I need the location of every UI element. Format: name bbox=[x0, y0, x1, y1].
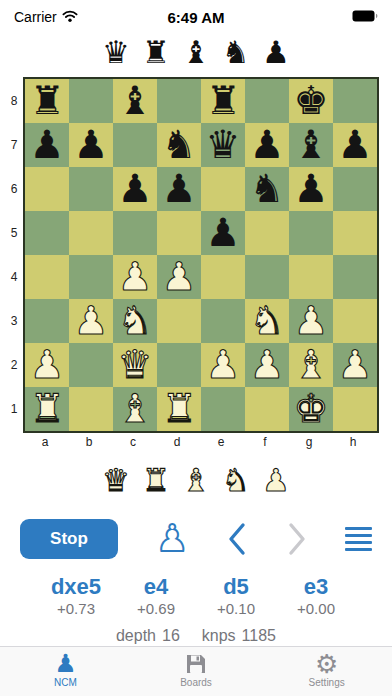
square-a6[interactable] bbox=[25, 167, 69, 211]
square-c5[interactable] bbox=[113, 211, 157, 255]
square-e3[interactable] bbox=[201, 299, 245, 343]
engine-stats: depth 16 knps 1185 bbox=[0, 627, 392, 645]
move-suggestions: dxe5 +0.73 e4 +0.69 d5 +0.10 e3 +0.00 bbox=[0, 575, 392, 619]
rank-label-1: 1 bbox=[8, 387, 20, 431]
square-d3[interactable] bbox=[157, 299, 201, 343]
square-f8[interactable] bbox=[245, 79, 289, 123]
square-c8[interactable]: ♝ bbox=[113, 79, 157, 123]
forward-arrow-icon[interactable] bbox=[286, 522, 308, 556]
tab-label: Boards bbox=[180, 677, 212, 689]
status-bar: Carrier 6:49 AM bbox=[0, 0, 392, 32]
rank-label-4: 4 bbox=[8, 255, 20, 299]
white-knight: ♞ bbox=[250, 299, 285, 343]
palette-black-knight[interactable]: ♞ bbox=[221, 35, 252, 69]
square-h4[interactable] bbox=[333, 255, 377, 299]
move-san: d5 bbox=[196, 575, 276, 599]
tab-bar: ♟ NCM Boards ⚙ Settings bbox=[0, 646, 392, 696]
black-knight: ♞ bbox=[250, 167, 285, 211]
engine-controls: Stop ♟ bbox=[0, 517, 392, 561]
square-e7[interactable]: ♛ bbox=[201, 123, 245, 167]
white-queen: ♛ bbox=[118, 343, 153, 387]
square-g7[interactable]: ♝ bbox=[289, 123, 333, 167]
square-c3[interactable]: ♞ bbox=[113, 299, 157, 343]
white-pawn: ♟ bbox=[338, 343, 373, 387]
square-h8[interactable] bbox=[333, 79, 377, 123]
square-h1[interactable] bbox=[333, 387, 377, 431]
square-c4[interactable]: ♟ bbox=[113, 255, 157, 299]
square-d4[interactable]: ♟ bbox=[157, 255, 201, 299]
square-g6[interactable]: ♟ bbox=[289, 167, 333, 211]
square-g4[interactable] bbox=[289, 255, 333, 299]
black-pawn: ♟ bbox=[162, 167, 197, 211]
square-a4[interactable] bbox=[25, 255, 69, 299]
palette-white-queen[interactable]: ♛ bbox=[101, 463, 132, 497]
black-rook: ♜ bbox=[30, 79, 65, 123]
file-label-h: h bbox=[331, 435, 375, 449]
move-suggestion-3[interactable]: d5 +0.10 bbox=[196, 575, 276, 619]
white-bishop: ♝ bbox=[294, 343, 329, 387]
move-suggestion-4[interactable]: e3 +0.00 bbox=[276, 575, 356, 619]
black-pawn: ♟ bbox=[30, 123, 65, 167]
stop-button[interactable]: Stop bbox=[20, 519, 118, 559]
square-g5[interactable] bbox=[289, 211, 333, 255]
square-f1[interactable] bbox=[245, 387, 289, 431]
white-knight: ♞ bbox=[118, 299, 153, 343]
tab-ncm[interactable]: ♟ NCM bbox=[0, 647, 131, 696]
white-pawn: ♟ bbox=[74, 299, 109, 343]
square-a1[interactable]: ♜ bbox=[25, 387, 69, 431]
black-bishop: ♝ bbox=[294, 123, 329, 167]
square-g2[interactable]: ♝ bbox=[289, 343, 333, 387]
palette-white-knight[interactable]: ♞ bbox=[221, 463, 252, 497]
square-b6[interactable] bbox=[69, 167, 113, 211]
square-e4[interactable] bbox=[201, 255, 245, 299]
depth-label: depth bbox=[116, 627, 156, 645]
gear-icon: ⚙ bbox=[315, 649, 338, 679]
square-a3[interactable] bbox=[25, 299, 69, 343]
move-eval: +0.73 bbox=[36, 599, 116, 619]
square-d8[interactable] bbox=[157, 79, 201, 123]
file-label-g: g bbox=[287, 435, 331, 449]
black-pawn: ♟ bbox=[338, 123, 373, 167]
clock: 6:49 AM bbox=[0, 9, 392, 26]
pawn-icon[interactable]: ♟ bbox=[155, 519, 188, 559]
square-a2[interactable]: ♟ bbox=[25, 343, 69, 387]
white-pawn: ♟ bbox=[118, 255, 153, 299]
rank-label-6: 6 bbox=[8, 167, 20, 211]
square-c2[interactable]: ♛ bbox=[113, 343, 157, 387]
palette-black-pawn[interactable]: ♟ bbox=[261, 35, 292, 69]
move-san: e3 bbox=[276, 575, 356, 599]
floppy-icon bbox=[185, 650, 207, 677]
square-e5[interactable]: ♟ bbox=[201, 211, 245, 255]
rank-label-8: 8 bbox=[8, 79, 20, 123]
palette-black-bishop[interactable]: ♝ bbox=[181, 35, 212, 69]
square-h5[interactable] bbox=[333, 211, 377, 255]
move-eval: +0.00 bbox=[276, 599, 356, 619]
white-pawn: ♟ bbox=[30, 343, 65, 387]
black-rook: ♜ bbox=[206, 79, 241, 123]
square-d2[interactable] bbox=[157, 343, 201, 387]
square-f6[interactable]: ♞ bbox=[245, 167, 289, 211]
square-f5[interactable] bbox=[245, 211, 289, 255]
white-king: ♚ bbox=[294, 387, 329, 431]
tab-boards[interactable]: Boards bbox=[131, 647, 262, 696]
square-a5[interactable] bbox=[25, 211, 69, 255]
square-f3[interactable]: ♞ bbox=[245, 299, 289, 343]
square-h6[interactable] bbox=[333, 167, 377, 211]
square-b5[interactable] bbox=[69, 211, 113, 255]
move-san: e4 bbox=[116, 575, 196, 599]
square-f2[interactable]: ♟ bbox=[245, 343, 289, 387]
move-san: dxe5 bbox=[36, 575, 116, 599]
move-eval: +0.69 bbox=[116, 599, 196, 619]
file-label-f: f bbox=[243, 435, 287, 449]
square-h7[interactable]: ♟ bbox=[333, 123, 377, 167]
black-pawn: ♟ bbox=[294, 167, 329, 211]
black-queen: ♛ bbox=[206, 123, 241, 167]
black-pawn: ♟ bbox=[118, 167, 153, 211]
white-pawn: ♟ bbox=[294, 299, 329, 343]
tab-label: Settings bbox=[309, 677, 345, 689]
square-a8[interactable]: ♜ bbox=[25, 79, 69, 123]
menu-icon[interactable] bbox=[345, 523, 372, 555]
palette-white-rook[interactable]: ♜ bbox=[141, 463, 172, 497]
square-c1[interactable]: ♝ bbox=[113, 387, 157, 431]
palette-white-bishop[interactable]: ♝ bbox=[181, 463, 212, 497]
square-b3[interactable]: ♟ bbox=[69, 299, 113, 343]
file-label-d: d bbox=[155, 435, 199, 449]
square-b8[interactable] bbox=[69, 79, 113, 123]
black-piece-palette: ♛♜♝♞♟ bbox=[0, 35, 392, 69]
knps-value: 1185 bbox=[242, 627, 276, 645]
square-b2[interactable] bbox=[69, 343, 113, 387]
black-bishop: ♝ bbox=[118, 79, 153, 123]
square-g8[interactable]: ♚ bbox=[289, 79, 333, 123]
square-e6[interactable] bbox=[201, 167, 245, 211]
black-pawn: ♟ bbox=[250, 123, 285, 167]
white-bishop: ♝ bbox=[118, 387, 153, 431]
file-label-a: a bbox=[23, 435, 67, 449]
square-h3[interactable] bbox=[333, 299, 377, 343]
white-pawn: ♟ bbox=[250, 343, 285, 387]
square-a7[interactable]: ♟ bbox=[25, 123, 69, 167]
rank-label-2: 2 bbox=[8, 343, 20, 387]
square-e1[interactable] bbox=[201, 387, 245, 431]
pawn-icon: ♟ bbox=[54, 649, 76, 678]
square-c6[interactable]: ♟ bbox=[113, 167, 157, 211]
white-rook: ♜ bbox=[30, 387, 65, 431]
tab-settings[interactable]: ⚙ Settings bbox=[261, 647, 392, 696]
file-label-e: e bbox=[199, 435, 243, 449]
square-c7[interactable] bbox=[113, 123, 157, 167]
square-e8[interactable]: ♜ bbox=[201, 79, 245, 123]
white-pawn: ♟ bbox=[162, 255, 197, 299]
palette-black-rook[interactable]: ♜ bbox=[141, 35, 172, 69]
square-e2[interactable]: ♟ bbox=[201, 343, 245, 387]
file-labels: abcdefgh bbox=[23, 433, 392, 451]
rank-label-7: 7 bbox=[8, 123, 20, 167]
tab-label: NCM bbox=[54, 677, 77, 689]
back-arrow-icon[interactable] bbox=[226, 522, 248, 556]
square-d1[interactable]: ♜ bbox=[157, 387, 201, 431]
white-pawn: ♟ bbox=[206, 343, 241, 387]
black-king: ♚ bbox=[294, 79, 329, 123]
file-label-c: c bbox=[111, 435, 155, 449]
square-d7[interactable]: ♞ bbox=[157, 123, 201, 167]
square-b1[interactable] bbox=[69, 387, 113, 431]
white-rook: ♜ bbox=[162, 387, 197, 431]
square-f7[interactable]: ♟ bbox=[245, 123, 289, 167]
square-d6[interactable]: ♟ bbox=[157, 167, 201, 211]
chess-board[interactable]: ♜♝♜♚♟♟♞♛♟♝♟♟♟♞♟♟♟♟♟♞♞♟♟♛♟♟♝♟♜♝♜♚ bbox=[23, 77, 379, 433]
depth-value: 16 bbox=[162, 627, 180, 645]
black-knight: ♞ bbox=[162, 123, 197, 167]
square-f4[interactable] bbox=[245, 255, 289, 299]
black-pawn: ♟ bbox=[206, 211, 241, 255]
palette-white-pawn[interactable]: ♟ bbox=[261, 463, 292, 497]
square-h2[interactable]: ♟ bbox=[333, 343, 377, 387]
white-piece-palette: ♛♜♝♞♟ bbox=[0, 461, 392, 497]
palette-black-queen[interactable]: ♛ bbox=[101, 35, 132, 69]
black-pawn: ♟ bbox=[74, 123, 109, 167]
board-area: ♜♝♜♚♟♟♞♛♟♝♟♟♟♞♟♟♟♟♟♞♞♟♟♛♟♟♝♟♜♝♜♚ 8765432… bbox=[23, 77, 379, 433]
square-g1[interactable]: ♚ bbox=[289, 387, 333, 431]
square-d5[interactable] bbox=[157, 211, 201, 255]
rank-label-5: 5 bbox=[8, 211, 20, 255]
knps-label: knps bbox=[202, 627, 236, 645]
square-g3[interactable]: ♟ bbox=[289, 299, 333, 343]
move-suggestion-2[interactable]: e4 +0.69 bbox=[116, 575, 196, 619]
rank-label-3: 3 bbox=[8, 299, 20, 343]
square-b4[interactable] bbox=[69, 255, 113, 299]
file-label-b: b bbox=[67, 435, 111, 449]
move-suggestion-1[interactable]: dxe5 +0.73 bbox=[36, 575, 116, 619]
move-eval: +0.10 bbox=[196, 599, 276, 619]
square-b7[interactable]: ♟ bbox=[69, 123, 113, 167]
